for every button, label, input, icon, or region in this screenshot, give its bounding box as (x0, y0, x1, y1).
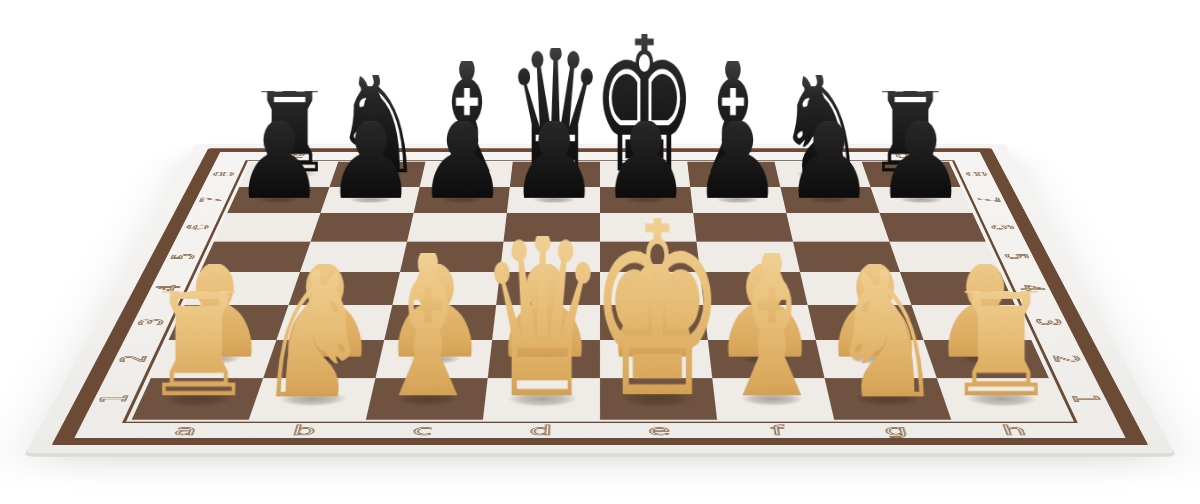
rank-label-8-right: 8 (961, 172, 991, 177)
file-label-h-back: h (893, 152, 913, 159)
piece-shadow (616, 169, 673, 179)
rank-label-1-left: 1 (94, 395, 134, 403)
rank-label-8-left: 8 (209, 172, 239, 177)
square-a3 (169, 305, 289, 340)
piece-shadow (529, 169, 583, 178)
piece-shadow (849, 354, 903, 365)
file-label-c-back: c (462, 152, 478, 159)
square-e4 (600, 272, 704, 305)
file-label-a-back: a (287, 152, 306, 159)
square-d5 (500, 242, 600, 272)
rank-label-1-right: 1 (1066, 395, 1106, 403)
square-c4 (392, 272, 500, 305)
square-f5 (696, 242, 800, 272)
square-d6 (504, 213, 600, 241)
square-h5 (889, 242, 1000, 272)
piece-shadow (441, 196, 485, 204)
square-f3 (704, 305, 816, 340)
chessboard-mat: aabbccddeeffgghh1122334455667788♜♞♝♛♚♝♞♜… (25, 144, 1174, 453)
piece-shadow (533, 196, 576, 204)
square-h6 (880, 213, 986, 241)
piece-shadow (716, 196, 760, 204)
file-label-g-back: g (807, 152, 826, 159)
square-h4 (900, 272, 1015, 305)
piece-shadow (739, 354, 792, 365)
square-e5 (600, 242, 700, 272)
square-f4 (700, 272, 808, 305)
rank-label-3-left: 3 (133, 319, 169, 326)
square-g6 (786, 213, 889, 241)
square-c3 (384, 305, 496, 340)
square-g4 (800, 272, 911, 305)
square-b3 (276, 305, 392, 340)
square-a4 (185, 272, 300, 305)
square-c6 (407, 213, 507, 241)
rank-label-7-right: 7 (973, 197, 1004, 202)
square-d4 (496, 272, 600, 305)
rank-label-3-right: 3 (1031, 319, 1067, 326)
file-label-f-back: f (725, 152, 736, 159)
piece-shadow (625, 196, 668, 204)
piece-shadow (620, 391, 694, 407)
square-a5 (200, 242, 311, 272)
square-f6 (693, 213, 793, 241)
square-d3 (492, 305, 600, 340)
file-label-b-back: b (374, 152, 393, 159)
square-g5 (793, 242, 900, 272)
piece-shadow (408, 354, 461, 365)
file-label-e-back: e (635, 152, 652, 159)
piece-shadow (630, 354, 681, 365)
perspective-scene: aabbccddeeffgghh1122334455667788♜♞♝♛♚♝♞♜… (0, 0, 1200, 504)
square-e3 (600, 305, 708, 340)
square-a6 (214, 213, 320, 241)
square-e6 (600, 213, 696, 241)
square-b6 (311, 213, 414, 241)
square-g3 (808, 305, 924, 340)
square-b5 (300, 242, 407, 272)
piece-shadow (519, 354, 570, 365)
square-h3 (911, 305, 1031, 340)
file-label-d-back: d (548, 152, 565, 159)
piece-shadow (807, 196, 851, 204)
piece-shadow (709, 170, 758, 178)
square-c5 (400, 242, 504, 272)
square-b4 (289, 272, 400, 305)
product-photo-canvas: aabbccddeeffgghh1122334455667788♜♞♝♛♚♝♞♜… (0, 0, 1200, 504)
rank-label-7-left: 7 (196, 197, 227, 202)
